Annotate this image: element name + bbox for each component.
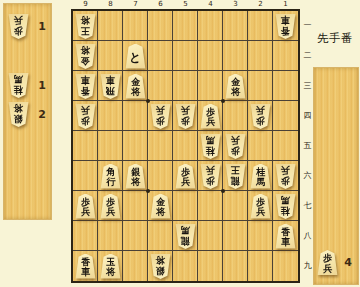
square-7-1[interactable] [123,11,148,41]
shogi-piece-gote[interactable]: 歩兵 [275,164,296,189]
rank-label-6: 六 [302,161,313,191]
piece-kanji: 兵 [206,117,215,128]
piece-face: と [125,44,146,69]
square-7-4[interactable] [123,101,148,131]
square-2-3[interactable] [248,71,273,101]
piece-kanji: 将 [156,255,165,266]
rank-label-8: 八 [302,221,313,251]
piece-kanji: 香 [281,25,290,36]
square-7-7[interactable] [123,191,148,221]
file-label-6: 6 [148,0,173,9]
shogi-piece-gote[interactable]: 香車 [275,14,296,39]
square-5-5[interactable] [173,131,198,161]
piece-face: 歩兵 [317,250,338,275]
shogi-piece-sente[interactable]: 歩兵 [317,250,338,275]
shogi-piece-gote[interactable]: 桂馬 [275,194,296,219]
shogi-piece-gote[interactable]: 龍王 [225,164,246,189]
square-4-1[interactable] [198,11,223,41]
piece-kanji: 将 [131,177,140,188]
piece-face: 歩兵 [8,14,29,39]
shogi-piece-gote[interactable]: 龍馬 [175,224,196,249]
piece-face: 歩兵 [200,104,221,129]
file-label-3: 3 [223,0,248,9]
piece-face: 龍王 [225,164,246,189]
shogi-piece-sente[interactable]: 歩兵 [100,194,121,219]
piece-kanji: 馬 [14,74,23,85]
piece-kanji: 歩 [206,175,215,186]
piece-face: 王将 [75,14,96,39]
piece-face: 金将 [225,74,246,99]
shogi-piece-gote[interactable]: 歩兵 [8,14,29,39]
piece-kanji: 桂 [14,85,23,96]
shogi-piece-sente[interactable]: 歩兵 [200,104,221,129]
piece-kanji: 兵 [14,15,23,26]
shogi-piece-gote[interactable]: 歩兵 [200,164,221,189]
shogi-piece-sente[interactable]: 金将 [125,74,146,99]
shogi-piece-gote[interactable]: 銀将 [8,102,29,127]
piece-kanji: 兵 [281,165,290,176]
piece-face: 歩兵 [150,104,171,129]
piece-kanji: 歩 [231,145,240,156]
gote-hand-count: 2 [35,108,49,121]
star-point [146,99,150,103]
piece-kanji: 兵 [181,177,190,188]
piece-kanji: 兵 [256,207,265,218]
piece-face: 歩兵 [100,194,121,219]
shogi-piece-sente[interactable]: 香車 [75,254,96,279]
piece-face: 歩兵 [250,104,271,129]
star-point [221,99,225,103]
square-8-1[interactable] [98,11,123,41]
square-5-2[interactable] [173,41,198,71]
piece-face: 桂馬 [250,164,271,189]
rank-label-5: 五 [302,131,313,161]
piece-face: 歩兵 [75,104,96,129]
square-8-5[interactable] [98,131,123,161]
square-6-3[interactable] [148,71,173,101]
piece-kanji: 車 [81,75,90,86]
piece-face: 香車 [75,254,96,279]
piece-face: 銀将 [125,164,146,189]
square-1-4[interactable] [273,101,298,131]
square-8-8[interactable] [98,221,123,251]
piece-face: 歩兵 [225,134,246,159]
star-point [146,189,150,193]
rank-label-2: 二 [302,41,313,71]
piece-face: 歩兵 [175,164,196,189]
piece-kanji: 兵 [323,264,332,275]
square-3-4[interactable] [223,101,248,131]
piece-face: 香車 [275,224,296,249]
shogi-piece-sente[interactable]: 香車 [275,224,296,249]
star-point [221,189,225,193]
piece-kanji: 王 [231,165,240,176]
shogi-piece-sente[interactable]: 歩兵 [175,164,196,189]
square-6-5[interactable] [148,131,173,161]
piece-kanji: 車 [81,267,90,278]
rank-label-9: 九 [302,251,313,281]
shogi-piece-sente[interactable]: 金将 [225,74,246,99]
piece-kanji: 馬 [206,135,215,146]
shogi-piece-sente[interactable]: と [125,44,146,69]
square-9-5[interactable] [73,131,98,161]
square-6-8[interactable] [148,221,173,251]
piece-kanji: 将 [131,87,140,98]
square-9-8[interactable] [73,221,98,251]
piece-kanji: 銀 [14,114,23,125]
shogi-piece-gote[interactable]: 香車 [75,74,96,99]
rank-label-7: 七 [302,191,313,221]
rank-label-1: 一 [302,11,313,41]
shogi-piece-gote[interactable]: 銀将 [150,254,171,279]
piece-face: 歩兵 [175,104,196,129]
square-1-2[interactable] [273,41,298,71]
piece-kanji: 将 [106,267,115,278]
shogi-piece-gote[interactable]: 桂馬 [200,134,221,159]
piece-face: 桂馬 [275,194,296,219]
piece-kanji: 馬 [256,177,265,188]
piece-face: 玉将 [100,254,121,279]
square-5-7[interactable] [173,191,198,221]
shogi-piece-sente[interactable]: 角行 [100,164,121,189]
piece-kanji: 将 [156,207,165,218]
square-4-7[interactable] [198,191,223,221]
square-3-9[interactable] [223,251,248,281]
piece-kanji: 車 [106,75,115,86]
piece-kanji: 金 [81,55,90,66]
square-3-1[interactable] [223,11,248,41]
square-8-2[interactable] [98,41,123,71]
file-label-7: 7 [123,0,148,9]
gote-hand-count: 1 [35,20,49,33]
piece-face: 金将 [150,194,171,219]
square-4-8[interactable] [198,221,223,251]
piece-kanji: 香 [81,85,90,96]
piece-face: 香車 [75,74,96,99]
piece-face: 龍馬 [175,224,196,249]
piece-kanji: 兵 [156,105,165,116]
piece-kanji: 歩 [281,175,290,186]
piece-face: 歩兵 [250,194,271,219]
square-5-1[interactable] [173,11,198,41]
piece-kanji: 将 [231,87,240,98]
square-9-6[interactable] [73,161,98,191]
shogi-piece-gote[interactable]: 歩兵 [175,104,196,129]
file-label-4: 4 [198,0,223,9]
piece-kanji: と [130,46,142,68]
piece-face: 銀将 [8,102,29,127]
piece-kanji: 歩 [156,115,165,126]
square-3-8[interactable] [223,221,248,251]
square-3-7[interactable] [223,191,248,221]
piece-kanji: 兵 [256,105,265,116]
square-2-8[interactable] [248,221,273,251]
shogi-piece-gote[interactable]: 歩兵 [150,104,171,129]
square-2-2[interactable] [248,41,273,71]
shogi-piece-sente[interactable]: 桂馬 [250,164,271,189]
piece-kanji: 馬 [281,195,290,206]
piece-face: 角行 [100,164,121,189]
square-1-3[interactable] [273,71,298,101]
square-7-5[interactable] [123,131,148,161]
piece-kanji: 飛 [106,85,115,96]
piece-kanji: 龍 [181,235,190,246]
square-5-9[interactable] [173,251,198,281]
piece-kanji: 兵 [81,105,90,116]
square-8-4[interactable] [98,101,123,131]
shogi-piece-gote[interactable]: 飛車 [100,74,121,99]
square-5-3[interactable] [173,71,198,101]
piece-kanji: 兵 [206,165,215,176]
piece-kanji: 王 [81,25,90,36]
piece-kanji: 銀 [156,265,165,276]
shogi-piece-gote[interactable]: 歩兵 [250,104,271,129]
shogi-piece-gote[interactable]: 王将 [75,14,96,39]
square-2-9[interactable] [248,251,273,281]
square-2-5[interactable] [248,131,273,161]
piece-kanji: 将 [81,45,90,56]
shogi-diagram: 先手番 987654321一二三四五六七八九王将香車金将と香車飛車金将金将歩兵歩… [0,0,360,287]
piece-face: 香車 [275,14,296,39]
piece-kanji: 車 [281,237,290,248]
shogi-piece-sente[interactable]: 銀将 [125,164,146,189]
shogi-piece-sente[interactable]: 歩兵 [75,194,96,219]
piece-kanji: 車 [281,15,290,26]
piece-kanji: 馬 [181,225,190,236]
piece-face: 銀将 [150,254,171,279]
gote-hand-count: 1 [35,79,49,92]
piece-kanji: 兵 [81,207,90,218]
piece-face: 金将 [75,44,96,69]
file-label-5: 5 [173,0,198,9]
file-label-1: 1 [273,0,298,9]
piece-kanji: 将 [14,103,23,114]
piece-face: 歩兵 [75,194,96,219]
square-4-2[interactable] [198,41,223,71]
piece-face: 金将 [125,74,146,99]
piece-kanji: 兵 [231,135,240,146]
square-1-5[interactable] [273,131,298,161]
piece-kanji: 歩 [14,26,23,37]
piece-kanji: 歩 [181,115,190,126]
piece-face: 桂馬 [200,134,221,159]
shogi-piece-sente[interactable]: 金将 [150,194,171,219]
piece-face: 飛車 [100,74,121,99]
file-label-9: 9 [73,0,98,9]
piece-face: 歩兵 [200,164,221,189]
square-4-9[interactable] [198,251,223,281]
piece-kanji: 龍 [231,175,240,186]
piece-face: 桂馬 [8,73,29,98]
file-label-2: 2 [248,0,273,9]
square-6-2[interactable] [148,41,173,71]
shogi-piece-gote[interactable]: 歩兵 [75,104,96,129]
square-3-2[interactable] [223,41,248,71]
square-2-1[interactable] [248,11,273,41]
piece-kanji: 歩 [81,115,90,126]
piece-kanji: 行 [106,177,115,188]
shogi-piece-sente[interactable]: 歩兵 [250,194,271,219]
piece-kanji: 兵 [106,207,115,218]
shogi-piece-gote[interactable]: 歩兵 [225,134,246,159]
piece-kanji: 将 [81,15,90,26]
piece-face: 歩兵 [275,164,296,189]
shogi-piece-gote[interactable]: 金将 [75,44,96,69]
square-1-9[interactable] [273,251,298,281]
piece-kanji: 桂 [281,205,290,216]
piece-kanji: 兵 [181,105,190,116]
square-7-8[interactable] [123,221,148,251]
sente-hand-count: 4 [341,256,355,269]
square-6-6[interactable] [148,161,173,191]
piece-kanji: 歩 [256,115,265,126]
square-7-9[interactable] [123,251,148,281]
piece-kanji: 桂 [206,145,215,156]
file-label-8: 8 [98,0,123,9]
shogi-piece-gote[interactable]: 桂馬 [8,73,29,98]
rank-label-3: 三 [302,71,313,101]
turn-indicator: 先手番 [317,31,353,46]
rank-label-4: 四 [302,101,313,131]
square-6-1[interactable] [148,11,173,41]
square-4-3[interactable] [198,71,223,101]
shogi-piece-sente[interactable]: 玉将 [100,254,121,279]
